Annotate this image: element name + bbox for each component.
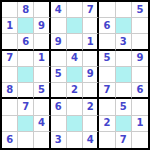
- cell-r4c3[interactable]: 1: [34, 51, 50, 67]
- cell-r4c4[interactable]: [51, 51, 67, 67]
- cell-r9c2[interactable]: [18, 132, 34, 148]
- cell-r1c4[interactable]: 4: [51, 2, 67, 18]
- cell-r2c1[interactable]: 1: [2, 18, 18, 34]
- cell-r3c6[interactable]: 1: [83, 34, 99, 50]
- cell-r1c1[interactable]: [2, 2, 18, 18]
- cell-r2c4[interactable]: [51, 18, 67, 34]
- cell-r5c3[interactable]: [34, 67, 50, 83]
- cell-r1c5[interactable]: [67, 2, 83, 18]
- cell-r5c7[interactable]: [99, 67, 115, 83]
- cell-r1c9[interactable]: 5: [132, 2, 148, 18]
- cell-r7c9[interactable]: [132, 99, 148, 115]
- cell-r7c6[interactable]: 2: [83, 99, 99, 115]
- cell-r9c1[interactable]: 6: [2, 132, 18, 148]
- cell-r9c6[interactable]: 4: [83, 132, 99, 148]
- cell-r4c7[interactable]: 5: [99, 51, 115, 67]
- cell-r7c5[interactable]: [67, 99, 83, 115]
- cell-r8c4[interactable]: [51, 116, 67, 132]
- cell-r1c2[interactable]: 8: [18, 2, 34, 18]
- cell-r1c3[interactable]: [34, 2, 50, 18]
- cell-r7c7[interactable]: [99, 99, 115, 115]
- cell-r9c4[interactable]: 3: [51, 132, 67, 148]
- cell-r8c9[interactable]: 1: [132, 116, 148, 132]
- cell-r2c9[interactable]: [132, 18, 148, 34]
- cell-r2c5[interactable]: [67, 18, 83, 34]
- cell-r3c5[interactable]: [67, 34, 83, 50]
- cell-r3c4[interactable]: 9: [51, 34, 67, 50]
- cell-r6c6[interactable]: [83, 83, 99, 99]
- cell-r9c3[interactable]: [34, 132, 50, 148]
- cell-r6c2[interactable]: [18, 83, 34, 99]
- cell-r7c1[interactable]: [2, 99, 18, 115]
- cell-r7c8[interactable]: 5: [116, 99, 132, 115]
- cell-r8c1[interactable]: [2, 116, 18, 132]
- cell-r7c2[interactable]: 7: [18, 99, 34, 115]
- cell-r5c1[interactable]: [2, 67, 18, 83]
- cell-r9c8[interactable]: 7: [116, 132, 132, 148]
- cell-r4c9[interactable]: 9: [132, 51, 148, 67]
- cell-r4c6[interactable]: [83, 51, 99, 67]
- cell-r3c9[interactable]: [132, 34, 148, 50]
- cell-r5c4[interactable]: 5: [51, 67, 67, 83]
- cell-r7c3[interactable]: [34, 99, 50, 115]
- cell-r2c8[interactable]: [116, 18, 132, 34]
- cell-r6c8[interactable]: [116, 83, 132, 99]
- cell-r2c3[interactable]: 9: [34, 18, 50, 34]
- cell-r5c6[interactable]: 9: [83, 67, 99, 83]
- cell-r5c9[interactable]: [132, 67, 148, 83]
- cell-r5c2[interactable]: [18, 67, 34, 83]
- cell-r2c6[interactable]: [83, 18, 99, 34]
- sudoku-board: 8475196691371459598527676254216347: [0, 0, 150, 150]
- cell-r5c5[interactable]: [67, 67, 83, 83]
- cell-r3c7[interactable]: [99, 34, 115, 50]
- cell-r3c1[interactable]: [2, 34, 18, 50]
- cell-r6c9[interactable]: 6: [132, 83, 148, 99]
- cell-r9c9[interactable]: [132, 132, 148, 148]
- cell-r6c1[interactable]: 8: [2, 83, 18, 99]
- cell-r6c5[interactable]: 2: [67, 83, 83, 99]
- cell-r4c5[interactable]: 4: [67, 51, 83, 67]
- cell-r8c3[interactable]: 4: [34, 116, 50, 132]
- cell-r2c7[interactable]: 6: [99, 18, 115, 34]
- sudoku-app: 8475196691371459598527676254216347: [0, 0, 150, 150]
- cell-r9c5[interactable]: [67, 132, 83, 148]
- cell-r8c8[interactable]: [116, 116, 132, 132]
- cell-r5c8[interactable]: [116, 67, 132, 83]
- cell-r4c2[interactable]: [18, 51, 34, 67]
- cell-r3c3[interactable]: [34, 34, 50, 50]
- cell-r2c2[interactable]: [18, 18, 34, 34]
- cell-r6c3[interactable]: 5: [34, 83, 50, 99]
- cell-r8c6[interactable]: [83, 116, 99, 132]
- cell-r6c7[interactable]: 7: [99, 83, 115, 99]
- cell-r1c6[interactable]: 7: [83, 2, 99, 18]
- cell-r1c8[interactable]: [116, 2, 132, 18]
- cell-r9c7[interactable]: [99, 132, 115, 148]
- cell-r1c7[interactable]: [99, 2, 115, 18]
- cell-r8c2[interactable]: [18, 116, 34, 132]
- cell-r4c1[interactable]: 7: [2, 51, 18, 67]
- cell-r6c4[interactable]: [51, 83, 67, 99]
- cell-r8c7[interactable]: 2: [99, 116, 115, 132]
- cell-r4c8[interactable]: [116, 51, 132, 67]
- cell-r3c8[interactable]: 3: [116, 34, 132, 50]
- cell-r7c4[interactable]: 6: [51, 99, 67, 115]
- cell-r3c2[interactable]: 6: [18, 34, 34, 50]
- cell-r8c5[interactable]: [67, 116, 83, 132]
